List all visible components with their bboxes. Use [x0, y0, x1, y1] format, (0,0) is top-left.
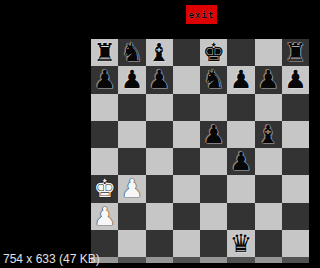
square-b7: ♟ [118, 66, 145, 93]
square-h8: ♜ [282, 39, 309, 66]
image-viewer: exit ♜♞♝♚♜♟♟♟♞♟♟♟♟♝♟♚♟♟♛ 754 x 633 (47 K… [0, 0, 320, 268]
square-a7: ♟ [91, 66, 118, 93]
square-d4 [173, 148, 200, 175]
strip-cell [282, 257, 309, 263]
square-d1 [173, 230, 200, 257]
square-a3: ♚ [91, 175, 118, 202]
square-h5 [282, 121, 309, 148]
square-g4 [255, 148, 282, 175]
black-bishop-piece: ♝ [257, 121, 279, 148]
square-g7: ♟ [255, 66, 282, 93]
black-pawn-piece: ♟ [284, 66, 306, 93]
black-king-piece: ♚ [202, 39, 224, 66]
black-pawn-piece: ♟ [202, 121, 224, 148]
square-e5: ♟ [200, 121, 227, 148]
square-f1: ♛ [227, 230, 254, 257]
black-knight-piece: ♞ [121, 39, 143, 66]
square-d7 [173, 66, 200, 93]
square-d2 [173, 203, 200, 230]
square-h6 [282, 94, 309, 121]
square-c1 [146, 230, 173, 257]
square-f5 [227, 121, 254, 148]
strip-cell [227, 257, 254, 263]
square-g2 [255, 203, 282, 230]
square-g3 [255, 175, 282, 202]
strip-cell [200, 257, 227, 263]
square-a6 [91, 94, 118, 121]
exit-button[interactable]: exit [186, 5, 217, 24]
square-h1 [282, 230, 309, 257]
black-pawn-piece: ♟ [230, 66, 252, 93]
square-d8 [173, 39, 200, 66]
square-c6 [146, 94, 173, 121]
square-f4: ♟ [227, 148, 254, 175]
white-pawn-piece: ♟ [121, 175, 143, 202]
square-b6 [118, 94, 145, 121]
square-f8 [227, 39, 254, 66]
square-c8: ♝ [146, 39, 173, 66]
strip-cell [118, 257, 145, 263]
square-d3 [173, 175, 200, 202]
square-g8 [255, 39, 282, 66]
square-e6 [200, 94, 227, 121]
chess-board: ♜♞♝♚♜♟♟♟♞♟♟♟♟♝♟♚♟♟♛ [91, 39, 309, 257]
square-g6 [255, 94, 282, 121]
square-c4 [146, 148, 173, 175]
square-a4 [91, 148, 118, 175]
black-knight-piece: ♞ [202, 66, 224, 93]
black-pawn-piece: ♟ [230, 148, 252, 175]
square-c2 [146, 203, 173, 230]
square-e7: ♞ [200, 66, 227, 93]
black-pawn-piece: ♟ [93, 66, 115, 93]
board-bottom-strip [91, 257, 309, 263]
square-f3 [227, 175, 254, 202]
square-e4 [200, 148, 227, 175]
square-a2: ♟ [91, 203, 118, 230]
black-queen-piece: ♛ [230, 230, 252, 257]
square-f2 [227, 203, 254, 230]
square-c3 [146, 175, 173, 202]
square-a8: ♜ [91, 39, 118, 66]
black-pawn-piece: ♟ [257, 66, 279, 93]
strip-cell [146, 257, 173, 263]
black-pawn-piece: ♟ [148, 66, 170, 93]
square-b5 [118, 121, 145, 148]
black-rook-piece: ♜ [284, 39, 306, 66]
square-d6 [173, 94, 200, 121]
black-rook-piece: ♜ [93, 39, 115, 66]
square-g5: ♝ [255, 121, 282, 148]
square-d5 [173, 121, 200, 148]
black-pawn-piece: ♟ [121, 66, 143, 93]
square-e2 [200, 203, 227, 230]
square-b4 [118, 148, 145, 175]
square-e8: ♚ [200, 39, 227, 66]
square-c5 [146, 121, 173, 148]
white-king-piece: ♚ [93, 175, 115, 202]
square-b3: ♟ [118, 175, 145, 202]
square-f6 [227, 94, 254, 121]
square-e1 [200, 230, 227, 257]
square-h3 [282, 175, 309, 202]
square-b2 [118, 203, 145, 230]
square-h7: ♟ [282, 66, 309, 93]
image-size-label: 754 x 633 (47 KB) [3, 252, 100, 266]
strip-cell [255, 257, 282, 263]
strip-cell [173, 257, 200, 263]
square-h2 [282, 203, 309, 230]
square-f7: ♟ [227, 66, 254, 93]
black-bishop-piece: ♝ [148, 39, 170, 66]
white-pawn-piece: ♟ [93, 203, 115, 230]
square-g1 [255, 230, 282, 257]
square-b1 [118, 230, 145, 257]
square-e3 [200, 175, 227, 202]
square-c7: ♟ [146, 66, 173, 93]
square-a5 [91, 121, 118, 148]
square-b8: ♞ [118, 39, 145, 66]
square-h4 [282, 148, 309, 175]
